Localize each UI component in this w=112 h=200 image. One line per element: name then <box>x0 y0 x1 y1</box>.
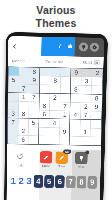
lightbulb-icon <box>75 152 88 164</box>
undo-label: Undo <box>16 164 23 167</box>
grid-cell[interactable]: 7 <box>8 118 18 127</box>
errors-label: Errors: 0/3 <box>45 60 63 64</box>
difficulty-label[interactable]: Medium <box>12 59 26 63</box>
grid-cell[interactable] <box>49 136 59 145</box>
grid-cell[interactable]: 9 <box>29 76 40 85</box>
grid-cell[interactable] <box>61 77 72 86</box>
grid-cell[interactable]: 7 <box>81 111 92 120</box>
grid-cell[interactable] <box>92 86 103 95</box>
grid-cell[interactable] <box>50 68 61 77</box>
grid-cell[interactable] <box>60 94 71 103</box>
undo-icon: ↺ <box>16 151 24 163</box>
timer-group: 00:01 <box>83 60 100 66</box>
grid-cell[interactable] <box>91 111 102 120</box>
thumbs-up-icon <box>67 42 74 50</box>
grid-cell[interactable] <box>40 76 51 85</box>
grid-cell[interactable]: 1 <box>19 93 30 102</box>
promo-canvas: Various Themes ‹ 7 <box>0 0 112 200</box>
grid-cell[interactable] <box>8 84 19 93</box>
promo-title: Various Themes <box>0 4 112 29</box>
notes-label: Notes <box>58 165 66 168</box>
undo-button[interactable]: ↺ Undo <box>11 151 29 168</box>
hints-badge <box>85 150 89 154</box>
grid-cell[interactable]: 8 <box>71 85 82 94</box>
numpad-key-4[interactable]: 4 <box>34 175 44 188</box>
numpad-key-6[interactable]: 6 <box>55 175 65 188</box>
grid-cell[interactable] <box>81 86 92 95</box>
grid-cell[interactable] <box>91 120 102 129</box>
grid-cell[interactable]: 2 <box>81 103 92 112</box>
notes-button[interactable]: ON Notes <box>52 151 71 168</box>
grid-cell[interactable] <box>19 67 30 76</box>
grid-cell[interactable] <box>70 119 81 128</box>
toolbar: ↺ Undo Erase ON <box>7 151 101 174</box>
grid-cell[interactable]: 5 <box>29 119 39 128</box>
grid-cell[interactable] <box>60 85 71 94</box>
numpad-key-3[interactable]: 3 <box>26 176 33 187</box>
numpad-key-5[interactable]: 5 <box>44 175 54 188</box>
grid-cell[interactable] <box>29 127 39 136</box>
grid-cell[interactable] <box>49 111 60 120</box>
grid-cell[interactable] <box>8 135 18 144</box>
grid-cell[interactable] <box>28 136 38 145</box>
grid-cell[interactable] <box>61 68 72 77</box>
pause-button[interactable] <box>94 60 99 65</box>
grid-cell[interactable] <box>80 120 91 129</box>
grid-cell[interactable] <box>80 137 91 146</box>
grid-cell[interactable]: 6 <box>39 110 50 119</box>
numpad-key-2[interactable]: 2 <box>18 176 25 187</box>
grid-cell[interactable] <box>8 101 18 110</box>
hints-button[interactable]: Hints <box>72 152 91 169</box>
numpad-key-9[interactable]: 9 <box>87 176 97 189</box>
grid-cell[interactable]: 8 <box>50 77 61 86</box>
grid-cell[interactable]: 2 <box>50 94 61 103</box>
grid-cell[interactable] <box>60 119 71 128</box>
streak-count: 7 <box>58 43 61 50</box>
grid-cell[interactable] <box>19 102 30 111</box>
grid-cell[interactable]: 9 <box>60 128 71 137</box>
grid-cell[interactable] <box>8 93 18 102</box>
grid-cell[interactable] <box>29 102 40 111</box>
numpad-key-8[interactable]: 8 <box>77 176 87 189</box>
hints-label: Hints <box>78 165 85 168</box>
grid-cell[interactable] <box>29 85 40 94</box>
grid-cell[interactable]: 1 <box>80 128 91 137</box>
notes-badge: ON <box>63 149 71 153</box>
grid-cell[interactable] <box>39 119 49 128</box>
grid-cell[interactable]: 9 <box>91 103 102 112</box>
grid-cell[interactable] <box>9 67 20 76</box>
grid-cell[interactable]: 7 <box>60 102 71 111</box>
grid-cell[interactable] <box>50 102 61 111</box>
grid-cell[interactable] <box>71 94 82 103</box>
timer-label: 00:01 <box>83 60 93 64</box>
grid-cell[interactable] <box>90 128 101 137</box>
grid-cell[interactable]: 2 <box>92 69 103 78</box>
numpad-key-1[interactable]: 1 <box>10 175 17 186</box>
app-screen: ‹ 7 Medium Errors: 0/3 <box>6 36 104 200</box>
grid-cell[interactable]: 8 <box>29 68 40 77</box>
grid-cell[interactable] <box>19 76 30 85</box>
pencil-icon: ON <box>55 152 68 164</box>
grid-cell[interactable]: 7 <box>29 93 40 102</box>
grid-cell[interactable] <box>59 136 69 145</box>
grid-cell[interactable] <box>82 69 93 78</box>
grid-cell[interactable] <box>40 68 51 77</box>
grid-cell[interactable] <box>49 128 59 137</box>
grid-cell[interactable] <box>92 77 103 86</box>
grid-cell[interactable] <box>18 119 28 128</box>
promo-title-line2: Themes <box>0 17 112 30</box>
back-button[interactable]: ‹ <box>13 38 17 53</box>
number-pad: 123456789 <box>7 173 101 189</box>
grid-cell[interactable]: 6 <box>18 135 28 144</box>
grid-cell[interactable]: 4 <box>70 111 81 120</box>
grid-cell[interactable]: 8 <box>39 102 50 111</box>
eraser-icon <box>40 151 53 163</box>
sudoku-board: 892598378172887293861477542916 <box>7 66 103 146</box>
grid-cell[interactable] <box>90 137 101 146</box>
grid-cell[interactable] <box>70 128 81 137</box>
numpad-key-7[interactable]: 7 <box>66 176 76 189</box>
grid-cell[interactable]: 9 <box>71 68 82 77</box>
erase-label: Erase <box>42 164 50 167</box>
grid-cell[interactable] <box>39 136 49 145</box>
grid-cell[interactable]: 4 <box>49 119 60 128</box>
grid-cell[interactable] <box>8 127 18 136</box>
grid-cell[interactable]: 8 <box>18 110 28 119</box>
grid-cell[interactable] <box>70 136 81 145</box>
grid-cell[interactable] <box>39 93 50 102</box>
grid-cell[interactable] <box>81 94 92 103</box>
grid-cell[interactable] <box>71 77 82 86</box>
grid-cell[interactable] <box>39 127 49 136</box>
grid-cell[interactable]: 1 <box>60 111 71 120</box>
grid-cell[interactable]: 3 <box>8 110 18 119</box>
grid-cell[interactable] <box>29 110 39 119</box>
grid-cell[interactable]: 7 <box>19 84 30 93</box>
grid-cell[interactable] <box>40 85 51 94</box>
grid-cell[interactable]: 2 <box>18 127 28 136</box>
grid-cell[interactable] <box>70 103 81 112</box>
promo-title-line1: Various <box>0 4 112 17</box>
phone-frame: ‹ 7 Medium Errors: 0/3 <box>4 32 108 200</box>
phone-mockup: ‹ 7 Medium Errors: 0/3 <box>6 33 108 200</box>
grid-cell[interactable]: 3 <box>81 77 92 86</box>
grid-cell[interactable] <box>50 85 61 94</box>
grid-cell[interactable]: 5 <box>8 76 19 85</box>
grid-cell[interactable]: 8 <box>91 94 102 103</box>
